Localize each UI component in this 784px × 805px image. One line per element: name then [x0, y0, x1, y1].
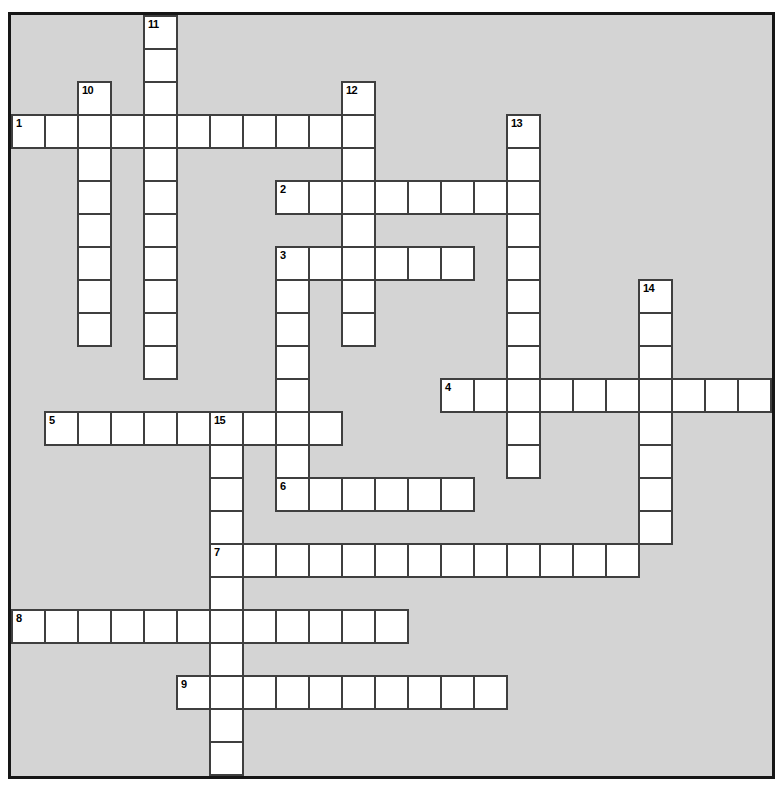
crossword-cell[interactable]: [209, 576, 244, 611]
crossword-cell[interactable]: [473, 675, 508, 710]
crossword-cell[interactable]: [176, 609, 211, 644]
crossword-cell[interactable]: [341, 675, 376, 710]
crossword-cell[interactable]: [77, 411, 112, 446]
crossword-cell[interactable]: [638, 378, 673, 413]
crossword-cell[interactable]: [143, 312, 178, 347]
crossword-cell[interactable]: [308, 477, 343, 512]
crossword-cell[interactable]: [143, 345, 178, 380]
crossword-cell[interactable]: [572, 543, 607, 578]
crossword-cell[interactable]: [275, 411, 310, 446]
crossword-cell[interactable]: [473, 180, 508, 215]
crossword-cell[interactable]: [209, 609, 244, 644]
crossword-cell[interactable]: [275, 675, 310, 710]
crossword-cell[interactable]: [275, 345, 310, 380]
crossword-cell[interactable]: [341, 213, 376, 248]
crossword-cell[interactable]: [638, 411, 673, 446]
clue-number: 2: [280, 183, 286, 195]
crossword-cell[interactable]: [143, 279, 178, 314]
crossword-cell[interactable]: [44, 609, 79, 644]
crossword-cell[interactable]: [341, 279, 376, 314]
crossword-cell[interactable]: [275, 279, 310, 314]
crossword-cell[interactable]: [341, 543, 376, 578]
crossword-cell[interactable]: [110, 411, 145, 446]
crossword-cell[interactable]: [341, 609, 376, 644]
crossword-cell[interactable]: [605, 378, 640, 413]
crossword-cell[interactable]: [407, 477, 442, 512]
crossword-cell[interactable]: 3: [275, 246, 310, 281]
crossword-cell[interactable]: [407, 543, 442, 578]
crossword-cell[interactable]: [638, 510, 673, 545]
crossword-cell[interactable]: [506, 543, 541, 578]
crossword-cell[interactable]: [308, 180, 343, 215]
crossword-cell[interactable]: 4: [440, 378, 475, 413]
clue-number: 14: [643, 282, 654, 294]
crossword-cell[interactable]: [704, 378, 739, 413]
clue-number: 11: [148, 18, 159, 30]
crossword-cell[interactable]: [506, 246, 541, 281]
clue-number: 5: [49, 414, 55, 426]
crossword-cell[interactable]: [506, 345, 541, 380]
crossword-cell[interactable]: [440, 180, 475, 215]
crossword-cell[interactable]: [143, 609, 178, 644]
crossword-cell[interactable]: [473, 543, 508, 578]
crossword-cell[interactable]: [638, 312, 673, 347]
clue-number: 7: [214, 546, 220, 558]
crossword-cell[interactable]: [110, 609, 145, 644]
clue-number: 13: [511, 117, 522, 129]
clue-number: 10: [82, 84, 93, 96]
crossword-cell[interactable]: [374, 477, 409, 512]
crossword-cell[interactable]: [308, 609, 343, 644]
crossword-cell[interactable]: [506, 213, 541, 248]
crossword-cell[interactable]: [341, 477, 376, 512]
crossword-cell[interactable]: [209, 114, 244, 149]
crossword-cell[interactable]: 13: [506, 114, 541, 149]
crossword-cell[interactable]: [143, 114, 178, 149]
crossword-cell[interactable]: [638, 444, 673, 479]
clue-number: 1: [16, 117, 22, 129]
crossword-cell[interactable]: [440, 543, 475, 578]
crossword-cell[interactable]: [341, 147, 376, 182]
crossword-cell[interactable]: [308, 543, 343, 578]
crossword-cell[interactable]: [341, 114, 376, 149]
clue-number: 9: [181, 678, 187, 690]
crossword-cell[interactable]: [77, 609, 112, 644]
crossword-cell[interactable]: [209, 675, 244, 710]
crossword-cell[interactable]: [44, 114, 79, 149]
clue-number: 3: [280, 249, 286, 261]
crossword-cell[interactable]: 9: [176, 675, 211, 710]
crossword-cell[interactable]: [77, 279, 112, 314]
crossword-cell[interactable]: 7: [209, 543, 244, 578]
crossword-cell[interactable]: [506, 444, 541, 479]
crossword-cell[interactable]: [341, 312, 376, 347]
crossword-cell[interactable]: 10: [77, 81, 112, 116]
crossword-cell[interactable]: 2: [275, 180, 310, 215]
crossword-cell[interactable]: [506, 312, 541, 347]
clue-number: 15: [214, 414, 225, 426]
crossword-cell[interactable]: [209, 642, 244, 677]
crossword-cell[interactable]: [374, 675, 409, 710]
crossword-cell[interactable]: [143, 246, 178, 281]
crossword-cell[interactable]: [440, 246, 475, 281]
crossword-cell[interactable]: [407, 246, 442, 281]
crossword-cell[interactable]: [209, 477, 244, 512]
crossword-cell[interactable]: [275, 543, 310, 578]
crossword-cell[interactable]: [539, 378, 574, 413]
crossword-cell[interactable]: [209, 444, 244, 479]
crossword-cell[interactable]: [209, 510, 244, 545]
crossword-cell[interactable]: 8: [11, 609, 46, 644]
crossword-cell[interactable]: [176, 411, 211, 446]
crossword-cell[interactable]: [308, 675, 343, 710]
clue-number: 6: [280, 480, 286, 492]
crossword-cell[interactable]: [242, 543, 277, 578]
crossword-cell[interactable]: [77, 114, 112, 149]
crossword-cell[interactable]: [374, 543, 409, 578]
crossword-cell[interactable]: [143, 81, 178, 116]
crossword-cell[interactable]: [110, 114, 145, 149]
clue-number: 12: [346, 84, 357, 96]
crossword-cell[interactable]: [638, 477, 673, 512]
crossword-cell[interactable]: [506, 180, 541, 215]
crossword-cell[interactable]: [341, 180, 376, 215]
crossword-cell[interactable]: [275, 312, 310, 347]
crossword-cell[interactable]: [77, 180, 112, 215]
crossword-cell[interactable]: [506, 378, 541, 413]
crossword-cell[interactable]: [275, 378, 310, 413]
crossword-cell[interactable]: 1: [11, 114, 46, 149]
crossword-cell[interactable]: [209, 741, 244, 776]
crossword-cell[interactable]: [209, 708, 244, 743]
crossword-cell[interactable]: [143, 180, 178, 215]
crossword-cell[interactable]: [143, 411, 178, 446]
crossword-cell[interactable]: [374, 180, 409, 215]
crossword-cell[interactable]: [77, 147, 112, 182]
crossword-cell[interactable]: [242, 114, 277, 149]
crossword-cell[interactable]: [374, 609, 409, 644]
crossword-cell[interactable]: 12: [341, 81, 376, 116]
crossword-cell[interactable]: [539, 543, 574, 578]
crossword-cell[interactable]: 6: [275, 477, 310, 512]
crossword-cell[interactable]: [374, 246, 409, 281]
crossword-cell[interactable]: [671, 378, 706, 413]
crossword-cell[interactable]: 5: [44, 411, 79, 446]
crossword-cell[interactable]: [77, 312, 112, 347]
crossword-cell[interactable]: [407, 675, 442, 710]
crossword-cell[interactable]: [143, 213, 178, 248]
crossword-cell[interactable]: [77, 213, 112, 248]
crossword-cell[interactable]: [308, 246, 343, 281]
crossword-cell[interactable]: [440, 675, 475, 710]
clue-number: 8: [16, 612, 22, 624]
crossword-cell[interactable]: [275, 114, 310, 149]
crossword-cell[interactable]: [242, 411, 277, 446]
crossword-cell[interactable]: [275, 609, 310, 644]
crossword-cell[interactable]: [176, 114, 211, 149]
crossword-cell[interactable]: [308, 114, 343, 149]
crossword-cell[interactable]: [737, 378, 772, 413]
crossword-cell[interactable]: 11: [143, 15, 178, 50]
crossword-cell[interactable]: [506, 411, 541, 446]
crossword-cell[interactable]: [605, 543, 640, 578]
crossword-cell[interactable]: [143, 147, 178, 182]
crossword-cell[interactable]: [440, 477, 475, 512]
crossword-cell[interactable]: [242, 675, 277, 710]
crossword-board: 111012113231445156789: [8, 12, 775, 779]
clue-number: 4: [445, 381, 451, 393]
crossword-cell[interactable]: 15: [209, 411, 244, 446]
crossword-page: 111012113231445156789: [0, 0, 784, 805]
crossword-cell[interactable]: [506, 279, 541, 314]
crossword-cell[interactable]: [638, 345, 673, 380]
crossword-cell[interactable]: [506, 147, 541, 182]
crossword-cell[interactable]: 14: [638, 279, 673, 314]
crossword-cell[interactable]: [308, 411, 343, 446]
crossword-cell[interactable]: [143, 48, 178, 83]
crossword-cell[interactable]: [473, 378, 508, 413]
crossword-cell[interactable]: [242, 609, 277, 644]
crossword-cell[interactable]: [572, 378, 607, 413]
crossword-cell[interactable]: [275, 444, 310, 479]
crossword-cell[interactable]: [407, 180, 442, 215]
crossword-cell[interactable]: [77, 246, 112, 281]
crossword-cell[interactable]: [341, 246, 376, 281]
